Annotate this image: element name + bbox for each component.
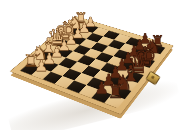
- chess-set-photo: ♜♟♟♜♞♟♟♞♝♟♟♝♚♟♟♚♛♟♟♛♝♟♟♝♞♟♟♞♜♟♟♜: [0, 0, 190, 130]
- black-rook: ♜: [150, 33, 163, 49]
- black-pawn: ♟: [139, 31, 152, 45]
- white-rook: ♜: [74, 11, 86, 26]
- white-pawn: ♟: [84, 15, 96, 28]
- square-a8: ♜: [104, 94, 124, 108]
